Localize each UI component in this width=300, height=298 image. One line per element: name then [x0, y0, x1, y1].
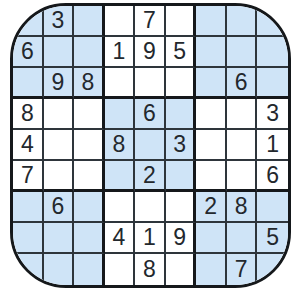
cell-r1c2[interactable]: 3	[44, 6, 75, 37]
cell-r3c2[interactable]: 9	[44, 68, 75, 99]
cell-r3c6[interactable]	[166, 68, 197, 99]
cell-r5c5[interactable]	[135, 130, 166, 161]
cell-r1c1[interactable]	[13, 6, 44, 37]
cell-r2c4[interactable]: 1	[105, 37, 136, 68]
cell-r2c2[interactable]	[44, 37, 75, 68]
cell-r8c2[interactable]	[44, 223, 75, 254]
cell-r1c7[interactable]	[196, 6, 227, 37]
cell-r4c7[interactable]	[196, 99, 227, 130]
cell-r4c9[interactable]: 3	[257, 99, 288, 130]
cell-r7c5[interactable]	[135, 192, 166, 223]
cell-r2c7[interactable]	[196, 37, 227, 68]
cell-r4c2[interactable]	[44, 99, 75, 130]
cell-r3c7[interactable]	[196, 68, 227, 99]
cell-r3c5[interactable]	[135, 68, 166, 99]
cell-r6c5[interactable]: 2	[135, 161, 166, 192]
cell-r2c3[interactable]	[74, 37, 105, 68]
sudoku-grid: 3761959868634831726628419587	[13, 6, 288, 285]
cell-r8c5[interactable]: 1	[135, 223, 166, 254]
cell-r5c9[interactable]: 1	[257, 130, 288, 161]
cell-r6c1[interactable]: 7	[13, 161, 44, 192]
cell-r4c4[interactable]	[105, 99, 136, 130]
cell-r1c9[interactable]	[257, 6, 288, 37]
cell-r2c5[interactable]: 9	[135, 37, 166, 68]
cell-r8c8[interactable]	[227, 223, 258, 254]
cell-r2c6[interactable]: 5	[166, 37, 197, 68]
cell-r9c7[interactable]	[196, 254, 227, 285]
cell-r9c5[interactable]: 8	[135, 254, 166, 285]
cell-r8c4[interactable]: 4	[105, 223, 136, 254]
sudoku-board: 3761959868634831726628419587	[10, 3, 291, 288]
cell-r6c6[interactable]	[166, 161, 197, 192]
cell-r6c4[interactable]	[105, 161, 136, 192]
cell-r4c5[interactable]: 6	[135, 99, 166, 130]
cell-r5c2[interactable]	[44, 130, 75, 161]
cell-r9c2[interactable]	[44, 254, 75, 285]
cell-r5c6[interactable]: 3	[166, 130, 197, 161]
cell-r9c6[interactable]	[166, 254, 197, 285]
cell-r7c9[interactable]	[257, 192, 288, 223]
cell-r7c2[interactable]: 6	[44, 192, 75, 223]
cell-r8c7[interactable]	[196, 223, 227, 254]
cell-r6c2[interactable]	[44, 161, 75, 192]
cell-r9c3[interactable]	[74, 254, 105, 285]
cell-r7c3[interactable]	[74, 192, 105, 223]
cell-r7c8[interactable]: 8	[227, 192, 258, 223]
cell-r8c9[interactable]: 5	[257, 223, 288, 254]
cell-r2c1[interactable]: 6	[13, 37, 44, 68]
cell-r8c6[interactable]: 9	[166, 223, 197, 254]
cell-r1c6[interactable]	[166, 6, 197, 37]
cell-r9c8[interactable]: 7	[227, 254, 258, 285]
cell-r8c1[interactable]	[13, 223, 44, 254]
cell-r6c7[interactable]	[196, 161, 227, 192]
cell-r4c3[interactable]	[74, 99, 105, 130]
cell-r5c3[interactable]	[74, 130, 105, 161]
cell-r7c1[interactable]	[13, 192, 44, 223]
cell-r3c3[interactable]: 8	[74, 68, 105, 99]
cell-r3c8[interactable]: 6	[227, 68, 258, 99]
cell-r6c9[interactable]: 6	[257, 161, 288, 192]
cell-r3c9[interactable]	[257, 68, 288, 99]
cell-r2c8[interactable]	[227, 37, 258, 68]
cell-r3c4[interactable]	[105, 68, 136, 99]
cell-r4c1[interactable]: 8	[13, 99, 44, 130]
cell-r1c4[interactable]	[105, 6, 136, 37]
cell-r5c8[interactable]	[227, 130, 258, 161]
cell-r8c3[interactable]	[74, 223, 105, 254]
cell-r5c1[interactable]: 4	[13, 130, 44, 161]
cell-r9c4[interactable]	[105, 254, 136, 285]
cell-r7c4[interactable]	[105, 192, 136, 223]
cell-r6c8[interactable]	[227, 161, 258, 192]
cell-r4c8[interactable]	[227, 99, 258, 130]
cell-r5c4[interactable]: 8	[105, 130, 136, 161]
cell-r7c7[interactable]: 2	[196, 192, 227, 223]
cell-r4c6[interactable]	[166, 99, 197, 130]
cell-r1c5[interactable]: 7	[135, 6, 166, 37]
cell-r1c8[interactable]	[227, 6, 258, 37]
cell-r5c7[interactable]	[196, 130, 227, 161]
cell-r9c1[interactable]	[13, 254, 44, 285]
cell-r6c3[interactable]	[74, 161, 105, 192]
cell-r2c9[interactable]	[257, 37, 288, 68]
cell-r9c9[interactable]	[257, 254, 288, 285]
cell-r3c1[interactable]	[13, 68, 44, 99]
cell-r1c3[interactable]	[74, 6, 105, 37]
cell-r7c6[interactable]	[166, 192, 197, 223]
